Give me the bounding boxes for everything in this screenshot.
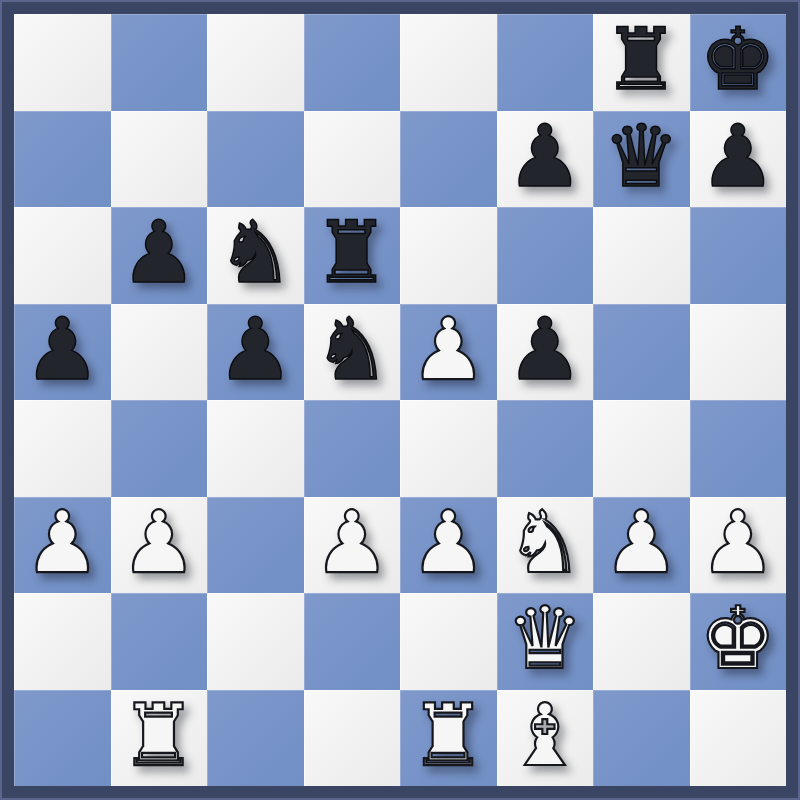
white-pawn[interactable]: ♟ [603,499,680,585]
square-c4[interactable] [207,400,304,497]
square-f6[interactable] [497,207,594,304]
square-b3[interactable]: ♟ [111,497,208,594]
white-rook[interactable]: ♜ [120,692,197,778]
square-g2[interactable] [593,593,690,690]
black-pawn[interactable]: ♟ [24,306,101,392]
square-f7[interactable]: ♟ [497,111,594,208]
square-h8[interactable]: ♚ [690,14,787,111]
square-e1[interactable]: ♜ [400,690,497,787]
square-b1[interactable]: ♜ [111,690,208,787]
white-pawn[interactable]: ♟ [24,499,101,585]
black-pawn[interactable]: ♟ [506,113,583,199]
black-king[interactable]: ♚ [699,16,776,102]
square-b8[interactable] [111,14,208,111]
square-h4[interactable] [690,400,787,497]
square-d7[interactable] [304,111,401,208]
black-pawn[interactable]: ♟ [120,209,197,295]
square-h2[interactable]: ♚ [690,593,787,690]
black-rook[interactable]: ♜ [603,16,680,102]
square-g1[interactable] [593,690,690,787]
square-c1[interactable] [207,690,304,787]
white-pawn[interactable]: ♟ [313,499,390,585]
white-pawn[interactable]: ♟ [410,306,487,392]
square-c3[interactable] [207,497,304,594]
square-a5[interactable]: ♟ [14,304,111,401]
white-pawn[interactable]: ♟ [699,499,776,585]
square-g7[interactable]: ♛ [593,111,690,208]
square-d3[interactable]: ♟ [304,497,401,594]
square-c6[interactable]: ♞ [207,207,304,304]
square-c2[interactable] [207,593,304,690]
black-pawn[interactable]: ♟ [217,306,294,392]
square-f4[interactable] [497,400,594,497]
square-f5[interactable]: ♟ [497,304,594,401]
square-c7[interactable] [207,111,304,208]
square-d1[interactable] [304,690,401,787]
square-d2[interactable] [304,593,401,690]
square-a7[interactable] [14,111,111,208]
white-queen[interactable]: ♛ [506,595,583,681]
square-b2[interactable] [111,593,208,690]
square-g6[interactable] [593,207,690,304]
board-frame: ♜♚♟♛♟♟♞♜♟♟♞♟♟♟♟♟♟♞♟♟♛♚♜♜♝ [0,0,800,800]
square-c5[interactable]: ♟ [207,304,304,401]
square-f2[interactable]: ♛ [497,593,594,690]
black-queen[interactable]: ♛ [603,113,680,199]
square-c8[interactable] [207,14,304,111]
square-e5[interactable]: ♟ [400,304,497,401]
square-h6[interactable] [690,207,787,304]
black-pawn[interactable]: ♟ [699,113,776,199]
square-g8[interactable]: ♜ [593,14,690,111]
black-knight[interactable]: ♞ [313,306,390,392]
square-e6[interactable] [400,207,497,304]
square-d4[interactable] [304,400,401,497]
black-rook[interactable]: ♜ [313,209,390,295]
square-e4[interactable] [400,400,497,497]
square-a8[interactable] [14,14,111,111]
square-h7[interactable]: ♟ [690,111,787,208]
black-pawn[interactable]: ♟ [506,306,583,392]
square-f1[interactable]: ♝ [497,690,594,787]
white-rook[interactable]: ♜ [410,692,487,778]
square-g4[interactable] [593,400,690,497]
square-h5[interactable] [690,304,787,401]
square-g3[interactable]: ♟ [593,497,690,594]
square-b5[interactable] [111,304,208,401]
square-d6[interactable]: ♜ [304,207,401,304]
square-h1[interactable] [690,690,787,787]
white-knight[interactable]: ♞ [506,499,583,585]
square-b6[interactable]: ♟ [111,207,208,304]
white-pawn[interactable]: ♟ [410,499,487,585]
square-a2[interactable] [14,593,111,690]
square-f8[interactable] [497,14,594,111]
white-king[interactable]: ♚ [699,595,776,681]
square-h3[interactable]: ♟ [690,497,787,594]
white-bishop[interactable]: ♝ [506,692,583,778]
chess-board: ♜♚♟♛♟♟♞♜♟♟♞♟♟♟♟♟♟♞♟♟♛♚♜♜♝ [14,14,786,786]
square-a1[interactable] [14,690,111,787]
square-e3[interactable]: ♟ [400,497,497,594]
square-b4[interactable] [111,400,208,497]
square-e2[interactable] [400,593,497,690]
square-d8[interactable] [304,14,401,111]
square-g5[interactable] [593,304,690,401]
square-e8[interactable] [400,14,497,111]
square-a3[interactable]: ♟ [14,497,111,594]
square-b7[interactable] [111,111,208,208]
square-f3[interactable]: ♞ [497,497,594,594]
square-a4[interactable] [14,400,111,497]
square-e7[interactable] [400,111,497,208]
black-knight[interactable]: ♞ [217,209,294,295]
white-pawn[interactable]: ♟ [120,499,197,585]
square-d5[interactable]: ♞ [304,304,401,401]
square-a6[interactable] [14,207,111,304]
